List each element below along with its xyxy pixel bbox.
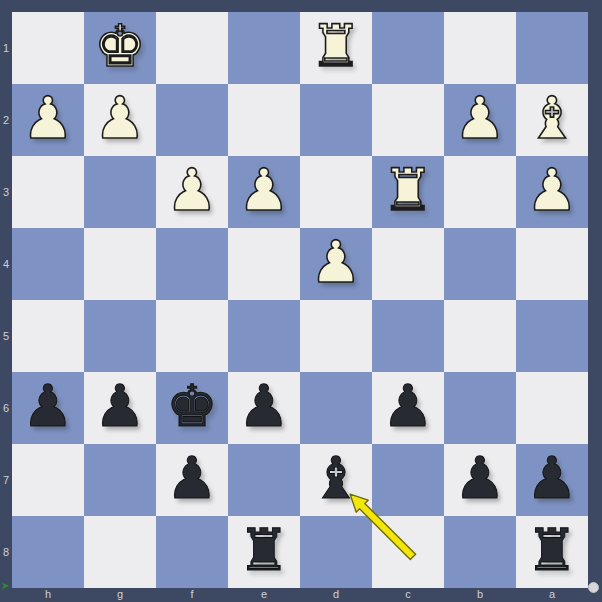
piece-white-pawn[interactable]: ♟	[166, 154, 218, 226]
square-g3[interactable]	[84, 156, 156, 228]
square-a7[interactable]: ♟	[516, 444, 588, 516]
side-to-move-indicator	[588, 582, 599, 593]
rank-label-4: 4	[0, 228, 12, 300]
square-a2[interactable]: ♝	[516, 84, 588, 156]
square-e6[interactable]: ♟	[228, 372, 300, 444]
piece-black-pawn[interactable]: ♟	[526, 442, 578, 514]
engine-indicator-icon: ➤	[1, 581, 9, 591]
square-a8[interactable]: ♜	[516, 516, 588, 588]
piece-white-rook[interactable]: ♜	[310, 10, 362, 82]
piece-black-rook[interactable]: ♜	[238, 514, 290, 586]
square-d1[interactable]: ♜	[300, 12, 372, 84]
square-d7[interactable]: ♝	[300, 444, 372, 516]
square-c6[interactable]: ♟	[372, 372, 444, 444]
square-e4[interactable]	[228, 228, 300, 300]
rank-label-2: 2	[0, 84, 12, 156]
square-e7[interactable]	[228, 444, 300, 516]
square-b1[interactable]	[444, 12, 516, 84]
piece-black-pawn[interactable]: ♟	[94, 370, 146, 442]
piece-black-bishop[interactable]: ♝	[310, 442, 362, 514]
piece-white-pawn[interactable]: ♟	[22, 82, 74, 154]
square-f8[interactable]	[156, 516, 228, 588]
piece-black-pawn[interactable]: ♟	[454, 442, 506, 514]
piece-black-pawn[interactable]: ♟	[382, 370, 434, 442]
square-c5[interactable]	[372, 300, 444, 372]
square-h1[interactable]	[12, 12, 84, 84]
rank-label-1: 1	[0, 12, 12, 84]
square-c1[interactable]	[372, 12, 444, 84]
square-b7[interactable]: ♟	[444, 444, 516, 516]
square-d2[interactable]	[300, 84, 372, 156]
square-g1[interactable]: ♚	[84, 12, 156, 84]
square-h3[interactable]	[12, 156, 84, 228]
file-label-g: g	[84, 588, 156, 602]
square-f7[interactable]: ♟	[156, 444, 228, 516]
square-h4[interactable]	[12, 228, 84, 300]
square-f1[interactable]	[156, 12, 228, 84]
file-label-b: b	[444, 588, 516, 602]
square-b3[interactable]	[444, 156, 516, 228]
square-e2[interactable]	[228, 84, 300, 156]
square-c2[interactable]	[372, 84, 444, 156]
piece-white-pawn[interactable]: ♟	[454, 82, 506, 154]
file-label-e: e	[228, 588, 300, 602]
square-f6[interactable]: ♚	[156, 372, 228, 444]
square-d6[interactable]	[300, 372, 372, 444]
square-c8[interactable]	[372, 516, 444, 588]
square-a5[interactable]	[516, 300, 588, 372]
file-label-h: h	[12, 588, 84, 602]
rank-label-3: 3	[0, 156, 12, 228]
square-g2[interactable]: ♟	[84, 84, 156, 156]
square-h7[interactable]	[12, 444, 84, 516]
rank-label-6: 6	[0, 372, 12, 444]
square-b8[interactable]	[444, 516, 516, 588]
square-e3[interactable]: ♟	[228, 156, 300, 228]
rank-label-5: 5	[0, 300, 12, 372]
piece-black-rook[interactable]: ♜	[526, 514, 578, 586]
square-c4[interactable]	[372, 228, 444, 300]
piece-white-pawn[interactable]: ♟	[238, 154, 290, 226]
square-d4[interactable]: ♟	[300, 228, 372, 300]
square-c3[interactable]: ♜	[372, 156, 444, 228]
piece-black-pawn[interactable]: ♟	[22, 370, 74, 442]
file-label-d: d	[300, 588, 372, 602]
square-f2[interactable]	[156, 84, 228, 156]
square-f4[interactable]	[156, 228, 228, 300]
square-b5[interactable]	[444, 300, 516, 372]
square-e8[interactable]: ♜	[228, 516, 300, 588]
square-a3[interactable]: ♟	[516, 156, 588, 228]
square-d3[interactable]	[300, 156, 372, 228]
board: ♚♜♟♟♟♝♟♟♜♟♟♟♟♚♟♟♟♝♟♟♜♜	[12, 12, 588, 588]
piece-white-rook[interactable]: ♜	[382, 154, 434, 226]
square-g6[interactable]: ♟	[84, 372, 156, 444]
square-g8[interactable]	[84, 516, 156, 588]
square-h2[interactable]: ♟	[12, 84, 84, 156]
square-d5[interactable]	[300, 300, 372, 372]
square-a1[interactable]	[516, 12, 588, 84]
rank-label-8: 8	[0, 516, 12, 588]
square-h6[interactable]: ♟	[12, 372, 84, 444]
square-c7[interactable]	[372, 444, 444, 516]
square-h5[interactable]	[12, 300, 84, 372]
chess-board-frame: ♚♜♟♟♟♝♟♟♜♟♟♟♟♚♟♟♟♝♟♟♜♜ 12345678 hgfedcba…	[0, 0, 602, 602]
square-b6[interactable]	[444, 372, 516, 444]
square-a6[interactable]	[516, 372, 588, 444]
square-e5[interactable]	[228, 300, 300, 372]
piece-white-bishop[interactable]: ♝	[526, 82, 578, 154]
square-e1[interactable]	[228, 12, 300, 84]
square-g7[interactable]	[84, 444, 156, 516]
piece-white-pawn[interactable]: ♟	[310, 226, 362, 298]
square-b4[interactable]	[444, 228, 516, 300]
piece-white-pawn[interactable]: ♟	[526, 154, 578, 226]
square-h8[interactable]	[12, 516, 84, 588]
piece-white-king[interactable]: ♚	[94, 10, 146, 82]
file-label-a: a	[516, 588, 588, 602]
square-g5[interactable]	[84, 300, 156, 372]
piece-black-king[interactable]: ♚	[166, 370, 218, 442]
piece-black-pawn[interactable]: ♟	[166, 442, 218, 514]
square-f5[interactable]	[156, 300, 228, 372]
piece-black-pawn[interactable]: ♟	[238, 370, 290, 442]
piece-white-pawn[interactable]: ♟	[94, 82, 146, 154]
square-d8[interactable]	[300, 516, 372, 588]
square-g4[interactable]	[84, 228, 156, 300]
square-b2[interactable]: ♟	[444, 84, 516, 156]
file-label-f: f	[156, 588, 228, 602]
rank-label-7: 7	[0, 444, 12, 516]
square-f3[interactable]: ♟	[156, 156, 228, 228]
file-label-c: c	[372, 588, 444, 602]
square-a4[interactable]	[516, 228, 588, 300]
